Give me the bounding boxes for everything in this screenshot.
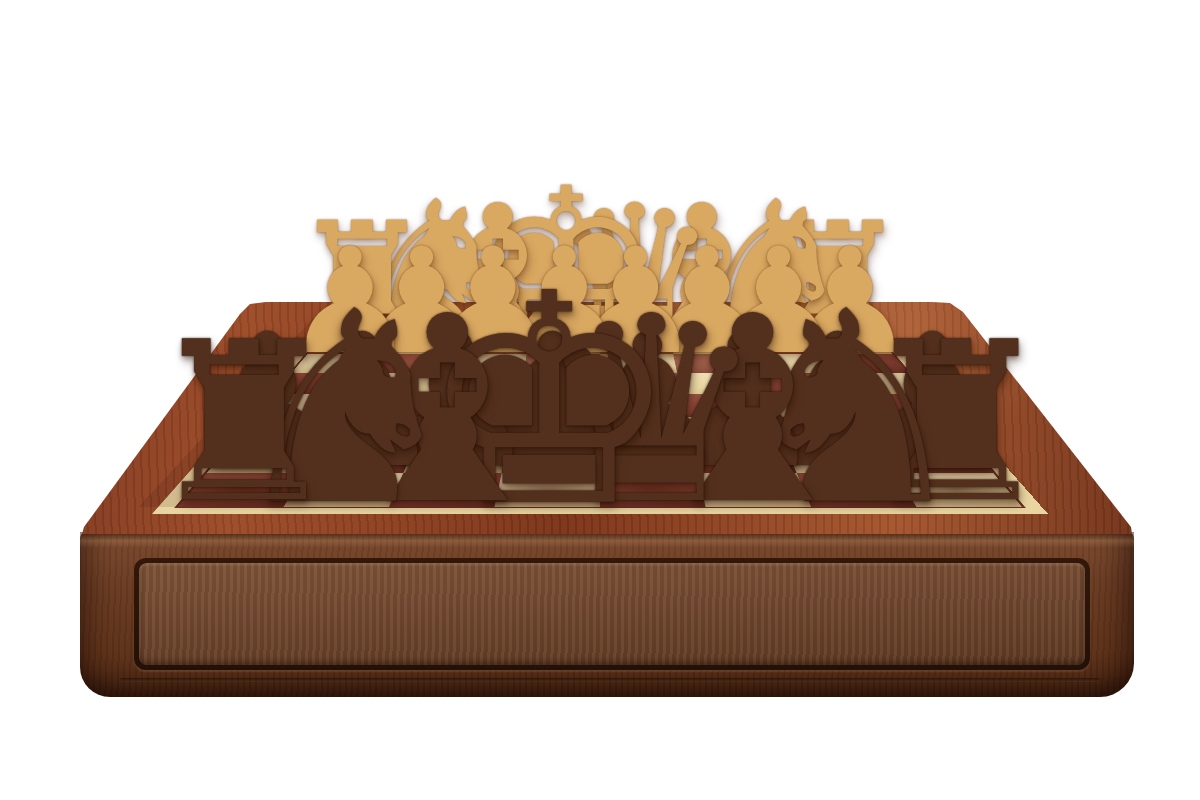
drawer-recess	[134, 558, 1090, 670]
piece-black-rook-h8[interactable]: ♜	[145, 313, 343, 534]
drawer-seam	[120, 678, 1100, 682]
drawer-front[interactable]	[139, 563, 1085, 665]
chess-set-photo: ♜♞♝♛♚♝♞♜♟♟♟♟♟♟♟♟♟♟♟♟♟♟♟♟♜♞♝♛♚♝♞♜	[0, 0, 1200, 800]
